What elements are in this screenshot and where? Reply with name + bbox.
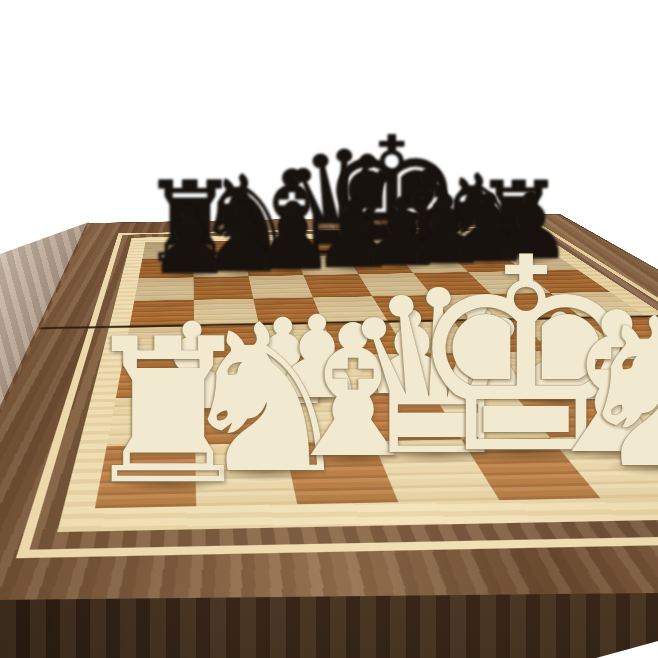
- piece-white-knight-g1[interactable]: ♞: [569, 291, 658, 497]
- chess-set-photo: ♜♞♝♛♚♝♞♜♟♟♟♟♟♟♟♟♟♟♟♟♟♟♜♞♝♛♚♝♞: [0, 0, 658, 658]
- pieces-layer: ♜♞♝♛♚♝♞♜♟♟♟♟♟♟♟♟♟♟♟♟♟♟♜♞♝♛♚♝♞: [0, 0, 658, 658]
